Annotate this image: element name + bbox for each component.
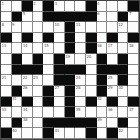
clue-number: 41 — [55, 128, 60, 133]
white-cell-r4c12[interactable]: 18 — [128, 43, 139, 54]
black-cell-r8c9 — [97, 86, 108, 97]
white-cell-r3c1[interactable] — [12, 33, 23, 44]
clue-number: 34 — [23, 107, 28, 112]
clue-number: 14 — [23, 43, 28, 48]
white-cell-r10c7[interactable]: 35 — [75, 107, 86, 118]
crossword-board: 1234567891011121314151617181920212223242… — [0, 0, 140, 140]
white-cell-r11c2[interactable]: 38 — [22, 118, 33, 129]
black-cell-r12c0 — [1, 128, 12, 139]
clue-number: 13 — [2, 43, 7, 48]
clue-number: 4 — [97, 1, 99, 6]
white-cell-r10c12[interactable]: 37 — [128, 107, 139, 118]
white-cell-r0c10[interactable] — [107, 1, 118, 12]
white-cell-r2c7[interactable]: 11 — [75, 22, 86, 33]
white-cell-r10c2[interactable]: 34 — [22, 107, 33, 118]
black-cell-r1c8 — [86, 12, 97, 23]
white-cell-r4c3[interactable] — [33, 43, 44, 54]
white-cell-r11c12[interactable] — [128, 118, 139, 129]
white-cell-r3c7[interactable] — [75, 33, 86, 44]
white-cell-r3c5[interactable] — [54, 33, 65, 44]
clue-number: 22 — [23, 75, 28, 80]
white-cell-r12c3[interactable] — [33, 128, 44, 139]
clue-number: 26 — [23, 85, 28, 90]
white-cell-r0c3[interactable]: 2 — [33, 1, 44, 12]
black-cell-r11c11 — [118, 118, 129, 129]
clue-number: 1 — [2, 1, 4, 6]
black-cell-r9c4 — [43, 97, 54, 108]
clue-number: 11 — [76, 22, 81, 27]
clue-number: 32 — [97, 96, 102, 101]
clue-number: 39 — [97, 117, 102, 122]
black-cell-r5c9 — [97, 54, 108, 65]
clue-number: 8 — [2, 22, 4, 27]
white-cell-r0c0[interactable]: 1 — [1, 1, 12, 12]
black-cell-r1c5 — [54, 12, 65, 23]
black-cell-r2c6 — [65, 22, 76, 33]
clue-number: 3 — [55, 1, 57, 6]
white-cell-r6c12[interactable] — [128, 65, 139, 76]
clue-number: 28 — [76, 85, 81, 90]
white-cell-r5c0[interactable] — [1, 54, 12, 65]
black-cell-r9c12 — [128, 97, 139, 108]
white-cell-r10c3[interactable] — [33, 107, 44, 118]
clue-number: 24 — [76, 75, 81, 80]
clue-number: 15 — [44, 43, 49, 48]
black-cell-r8c1 — [12, 86, 23, 97]
black-cell-r9c10 — [107, 97, 118, 108]
white-cell-r0c1[interactable] — [12, 1, 23, 12]
black-cell-r9c0 — [1, 97, 12, 108]
white-cell-r2c5[interactable]: 10 — [54, 22, 65, 33]
clue-number: 27 — [55, 85, 60, 90]
black-cell-r6c6 — [65, 65, 76, 76]
white-cell-r9c11[interactable] — [118, 97, 129, 108]
clue-number: 20 — [86, 54, 91, 59]
white-cell-r10c0[interactable]: 33 — [1, 107, 12, 118]
clue-number: 36 — [108, 107, 113, 112]
clue-number: 23 — [33, 75, 38, 80]
white-cell-r2c10[interactable] — [107, 22, 118, 33]
white-cell-r2c11[interactable]: 12 — [118, 22, 129, 33]
white-cell-r2c2[interactable] — [22, 22, 33, 33]
black-cell-r8c6 — [65, 86, 76, 97]
white-cell-r5c12[interactable] — [128, 54, 139, 65]
clue-number: 33 — [2, 107, 7, 112]
white-cell-r1c9[interactable]: 6 — [97, 12, 108, 23]
black-cell-r8c4 — [43, 86, 54, 97]
white-cell-r8c10[interactable]: 29 — [107, 86, 118, 97]
clue-number: 6 — [97, 11, 99, 16]
white-cell-r3c3[interactable] — [33, 33, 44, 44]
black-cell-r7c9 — [97, 75, 108, 86]
black-cell-r6c7 — [75, 65, 86, 76]
white-cell-r12c2[interactable] — [22, 128, 33, 139]
clue-number: 38 — [23, 117, 28, 122]
white-cell-r7c8[interactable] — [86, 75, 97, 86]
white-cell-r10c8[interactable] — [86, 107, 97, 118]
white-cell-r3c11[interactable] — [118, 33, 129, 44]
white-cell-r7c1[interactable] — [12, 75, 23, 86]
white-cell-r12c12[interactable] — [128, 128, 139, 139]
black-cell-r12c10 — [107, 128, 118, 139]
white-cell-r9c1[interactable]: 31 — [12, 97, 23, 108]
black-cell-r6c9 — [97, 65, 108, 76]
clue-number: 16 — [97, 43, 102, 48]
white-cell-r8c3[interactable] — [33, 86, 44, 97]
white-cell-r0c5[interactable]: 3 — [54, 1, 65, 12]
black-cell-r0c8 — [86, 1, 97, 12]
black-cell-r10c6 — [65, 107, 76, 118]
black-cell-r6c2 — [22, 65, 33, 76]
white-cell-r12c7[interactable] — [75, 128, 86, 139]
clue-number: 9 — [12, 22, 14, 27]
white-cell-r10c1[interactable] — [12, 107, 23, 118]
black-cell-r6c11 — [118, 65, 129, 76]
white-cell-r4c2[interactable]: 14 — [22, 43, 33, 54]
clue-number: 30 — [118, 85, 123, 90]
black-cell-r11c1 — [12, 118, 23, 129]
white-cell-r12c9[interactable] — [97, 128, 108, 139]
black-cell-r0c12 — [128, 1, 139, 12]
white-cell-r2c9[interactable] — [97, 22, 108, 33]
white-cell-r0c9[interactable]: 4 — [97, 1, 108, 12]
black-cell-r1c1 — [12, 12, 23, 23]
black-cell-r4c8 — [86, 43, 97, 54]
white-cell-r5c6[interactable]: 19 — [65, 54, 76, 65]
white-cell-r10c4[interactable] — [43, 107, 54, 118]
white-cell-r4c7[interactable] — [75, 43, 86, 54]
black-cell-r3c0 — [1, 33, 12, 44]
clue-number: 25 — [108, 75, 113, 80]
black-cell-r7c11 — [118, 75, 129, 86]
black-cell-r5c1 — [12, 54, 23, 65]
white-cell-r10c9[interactable] — [97, 107, 108, 118]
white-cell-r7c7[interactable]: 24 — [75, 75, 86, 86]
white-cell-r4c5[interactable] — [54, 43, 65, 54]
white-cell-r2c12[interactable] — [128, 22, 139, 33]
white-cell-r11c10[interactable] — [107, 118, 118, 129]
white-cell-r5c8[interactable]: 20 — [86, 54, 97, 65]
white-cell-r1c2[interactable]: 5 — [22, 12, 33, 23]
white-cell-r6c8[interactable] — [86, 65, 97, 76]
white-cell-r6c4[interactable] — [43, 65, 54, 76]
white-cell-r4c1[interactable] — [12, 43, 23, 54]
white-cell-r9c7[interactable] — [75, 97, 86, 108]
white-cell-r8c0[interactable] — [1, 86, 12, 97]
white-cell-r11c9[interactable]: 39 — [97, 118, 108, 129]
white-cell-r8c7[interactable]: 28 — [75, 86, 86, 97]
white-cell-r8c5[interactable]: 27 — [54, 86, 65, 97]
white-cell-r4c4[interactable]: 15 — [43, 43, 54, 54]
black-cell-r5c3 — [33, 54, 44, 65]
clue-number: 31 — [12, 96, 17, 101]
white-cell-r8c8[interactable] — [86, 86, 97, 97]
white-cell-r4c10[interactable]: 17 — [107, 43, 118, 54]
black-cell-r5c5 — [54, 54, 65, 65]
white-cell-r12c6[interactable] — [65, 128, 76, 139]
white-cell-r11c3[interactable] — [33, 118, 44, 129]
clue-number: 29 — [108, 85, 113, 90]
white-cell-r10c11[interactable] — [118, 107, 129, 118]
black-cell-r4c6 — [65, 43, 76, 54]
clue-number: 12 — [118, 22, 123, 27]
black-cell-r7c5 — [54, 75, 65, 86]
black-cell-r11c8 — [86, 118, 97, 129]
black-cell-r3c12 — [128, 33, 139, 44]
clue-number: 2 — [33, 1, 35, 6]
clue-number: 19 — [65, 54, 70, 59]
white-cell-r12c1[interactable]: 40 — [12, 128, 23, 139]
white-cell-r0c11[interactable] — [118, 1, 129, 12]
white-cell-r5c2[interactable] — [22, 54, 33, 65]
white-cell-r7c0[interactable]: 21 — [1, 75, 12, 86]
white-cell-r7c10[interactable]: 25 — [107, 75, 118, 86]
white-cell-r0c7[interactable] — [75, 1, 86, 12]
white-cell-r9c5[interactable] — [54, 97, 65, 108]
clue-number: 35 — [76, 107, 81, 112]
black-cell-r5c11 — [118, 54, 129, 65]
white-cell-r2c0[interactable]: 8 — [1, 22, 12, 33]
black-cell-r11c5 — [54, 118, 65, 129]
clue-number: 42 — [118, 128, 123, 133]
white-cell-r10c5[interactable] — [54, 107, 65, 118]
white-cell-r4c9[interactable]: 16 — [97, 43, 108, 54]
white-cell-r8c2[interactable]: 26 — [22, 86, 33, 97]
white-cell-r6c0[interactable] — [1, 65, 12, 76]
white-cell-r2c3[interactable] — [33, 22, 44, 33]
black-cell-r3c6 — [65, 33, 76, 44]
white-cell-r7c4[interactable] — [43, 75, 54, 86]
black-cell-r9c8 — [86, 97, 97, 108]
black-cell-r0c2 — [22, 1, 33, 12]
white-cell-r1c3[interactable] — [33, 12, 44, 23]
clue-number: 40 — [12, 128, 17, 133]
white-cell-r5c10[interactable] — [107, 54, 118, 65]
white-cell-r5c4[interactable] — [43, 54, 54, 65]
white-cell-r2c4[interactable] — [43, 22, 54, 33]
black-cell-r6c10 — [107, 65, 118, 76]
white-cell-r5c7[interactable] — [75, 54, 86, 65]
white-cell-r2c1[interactable]: 9 — [12, 22, 23, 33]
white-cell-r2c8[interactable] — [86, 22, 97, 33]
black-cell-r3c2 — [22, 33, 33, 44]
black-cell-r6c5 — [54, 65, 65, 76]
black-cell-r0c4 — [43, 1, 54, 12]
black-cell-r11c6 — [65, 118, 76, 129]
black-cell-r3c8 — [86, 33, 97, 44]
white-cell-r12c11[interactable]: 42 — [118, 128, 129, 139]
white-cell-r3c9[interactable] — [97, 33, 108, 44]
white-cell-r12c5[interactable]: 41 — [54, 128, 65, 139]
crossword-puzzle: 1234567891011121314151617181920212223242… — [0, 0, 140, 140]
white-cell-r7c12[interactable] — [128, 75, 139, 86]
black-cell-r1c4 — [43, 12, 54, 23]
clue-number: 5 — [23, 11, 25, 16]
clue-number: 17 — [108, 43, 113, 48]
black-cell-r12c8 — [86, 128, 97, 139]
black-cell-r1c7 — [75, 12, 86, 23]
white-cell-r7c3[interactable]: 23 — [33, 75, 44, 86]
white-cell-r4c0[interactable]: 13 — [1, 43, 12, 54]
black-cell-r1c11 — [118, 12, 129, 23]
clue-number: 18 — [129, 43, 134, 48]
white-cell-r8c12[interactable] — [128, 86, 139, 97]
white-cell-r11c0[interactable] — [1, 118, 12, 129]
white-cell-r9c3[interactable] — [33, 97, 44, 108]
black-cell-r11c4 — [43, 118, 54, 129]
clue-number: 21 — [2, 75, 7, 80]
white-cell-r1c10[interactable] — [107, 12, 118, 23]
white-cell-r4c11[interactable] — [118, 43, 129, 54]
clue-number: 10 — [55, 22, 60, 27]
black-cell-r3c4 — [43, 33, 54, 44]
black-cell-r12c4 — [43, 128, 54, 139]
white-cell-r9c9[interactable]: 32 — [97, 97, 108, 108]
black-cell-r3c10 — [107, 33, 118, 44]
black-cell-r6c3 — [33, 65, 44, 76]
black-cell-r11c7 — [75, 118, 86, 129]
white-cell-r8c11[interactable]: 30 — [118, 86, 129, 97]
clue-number: 7 — [129, 11, 131, 16]
white-cell-r10c10[interactable]: 36 — [107, 107, 118, 118]
black-cell-r9c2 — [22, 97, 33, 108]
black-cell-r1c6 — [65, 12, 76, 23]
black-cell-r9c6 — [65, 97, 76, 108]
white-cell-r1c12[interactable]: 7 — [128, 12, 139, 23]
black-cell-r6c1 — [12, 65, 23, 76]
white-cell-r0c6[interactable] — [65, 1, 76, 12]
clue-number: 37 — [129, 107, 134, 112]
white-cell-r1c0[interactable] — [1, 12, 12, 23]
white-cell-r7c2[interactable]: 22 — [22, 75, 33, 86]
black-cell-r7c6 — [65, 75, 76, 86]
